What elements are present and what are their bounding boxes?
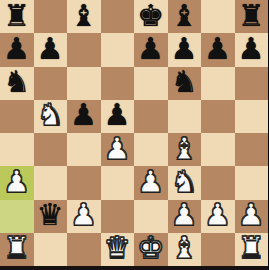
white-pawn[interactable]: ♟: [70, 200, 97, 230]
square-g4[interactable]: [201, 133, 235, 166]
square-d5[interactable]: ♟: [101, 100, 135, 133]
square-f7[interactable]: ♟: [168, 33, 202, 66]
square-a4[interactable]: [0, 133, 34, 166]
white-knight[interactable]: ♞: [171, 167, 198, 197]
square-h3[interactable]: [235, 166, 269, 199]
black-knight[interactable]: ♞: [171, 67, 198, 97]
square-h4[interactable]: [235, 133, 269, 166]
white-pawn[interactable]: ♟: [238, 200, 265, 230]
square-f4[interactable]: ♝: [168, 133, 202, 166]
square-e3[interactable]: ♟: [134, 166, 168, 199]
square-a5[interactable]: [0, 100, 34, 133]
white-pawn[interactable]: ♟: [171, 200, 198, 230]
chess-board[interactable]: ♜♝♚♝♜♟♟♟♟♟♟♞♞♞♟♟♟♝♟♟♞♛♟♟♟♟♜♛♚♝♜: [0, 0, 268, 266]
white-pawn[interactable]: ♟: [3, 167, 30, 197]
square-b3[interactable]: [34, 166, 68, 199]
white-bishop[interactable]: ♝: [171, 233, 198, 263]
square-e7[interactable]: ♟: [134, 33, 168, 66]
square-e1[interactable]: ♚: [134, 233, 168, 266]
black-pawn[interactable]: ♟: [171, 34, 198, 64]
square-c1[interactable]: [67, 233, 101, 266]
square-a7[interactable]: ♟: [0, 33, 34, 66]
square-d7[interactable]: [101, 33, 135, 66]
square-c6[interactable]: [67, 67, 101, 100]
black-knight[interactable]: ♞: [3, 67, 30, 97]
square-g7[interactable]: ♟: [201, 33, 235, 66]
white-queen[interactable]: ♛: [104, 233, 131, 263]
black-pawn[interactable]: ♟: [70, 100, 97, 130]
square-c3[interactable]: [67, 166, 101, 199]
square-g8[interactable]: [201, 0, 235, 33]
black-pawn[interactable]: ♟: [204, 34, 231, 64]
square-f8[interactable]: ♝: [168, 0, 202, 33]
black-pawn[interactable]: ♟: [3, 34, 30, 64]
square-f5[interactable]: [168, 100, 202, 133]
black-pawn[interactable]: ♟: [37, 34, 64, 64]
white-knight[interactable]: ♞: [37, 100, 64, 130]
square-c7[interactable]: [67, 33, 101, 66]
square-c2[interactable]: ♟: [67, 200, 101, 233]
square-b6[interactable]: [34, 67, 68, 100]
black-rook[interactable]: ♜: [238, 1, 265, 31]
white-king[interactable]: ♚: [137, 233, 164, 263]
square-a1[interactable]: ♜: [0, 233, 34, 266]
square-c4[interactable]: [67, 133, 101, 166]
square-a3[interactable]: ♟: [0, 166, 34, 199]
black-pawn[interactable]: ♟: [137, 34, 164, 64]
square-b5[interactable]: ♞: [34, 100, 68, 133]
black-pawn[interactable]: ♟: [104, 100, 131, 130]
square-e2[interactable]: [134, 200, 168, 233]
black-queen[interactable]: ♛: [37, 200, 64, 230]
square-d4[interactable]: ♟: [101, 133, 135, 166]
black-bishop[interactable]: ♝: [171, 1, 198, 31]
square-c8[interactable]: ♝: [67, 0, 101, 33]
white-rook[interactable]: ♜: [238, 233, 265, 263]
white-pawn[interactable]: ♟: [204, 200, 231, 230]
square-g3[interactable]: [201, 166, 235, 199]
white-pawn[interactable]: ♟: [137, 167, 164, 197]
white-bishop[interactable]: ♝: [171, 134, 198, 164]
black-king[interactable]: ♚: [137, 1, 164, 31]
white-pawn[interactable]: ♟: [104, 134, 131, 164]
square-d6[interactable]: [101, 67, 135, 100]
square-g1[interactable]: [201, 233, 235, 266]
square-h2[interactable]: ♟: [235, 200, 269, 233]
square-a6[interactable]: ♞: [0, 67, 34, 100]
square-h6[interactable]: [235, 67, 269, 100]
square-f1[interactable]: ♝: [168, 233, 202, 266]
chess-app: ♜♝♚♝♜♟♟♟♟♟♟♞♞♞♟♟♟♝♟♟♞♛♟♟♟♟♜♛♚♝♜: [0, 0, 268, 270]
square-e8[interactable]: ♚: [134, 0, 168, 33]
square-a8[interactable]: ♜: [0, 0, 34, 33]
square-g6[interactable]: [201, 67, 235, 100]
square-e5[interactable]: [134, 100, 168, 133]
white-rook[interactable]: ♜: [3, 233, 30, 263]
square-h7[interactable]: ♟: [235, 33, 269, 66]
square-h5[interactable]: [235, 100, 269, 133]
square-b2[interactable]: ♛: [34, 200, 68, 233]
square-d2[interactable]: [101, 200, 135, 233]
square-b7[interactable]: ♟: [34, 33, 68, 66]
square-d3[interactable]: [101, 166, 135, 199]
square-d1[interactable]: ♛: [101, 233, 135, 266]
square-h1[interactable]: ♜: [235, 233, 269, 266]
square-e4[interactable]: [134, 133, 168, 166]
black-bishop[interactable]: ♝: [70, 1, 97, 31]
square-f2[interactable]: ♟: [168, 200, 202, 233]
square-a2[interactable]: [0, 200, 34, 233]
square-f3[interactable]: ♞: [168, 166, 202, 199]
black-rook[interactable]: ♜: [3, 1, 30, 31]
board-bottom-edge: [0, 266, 268, 270]
square-h8[interactable]: ♜: [235, 0, 269, 33]
square-e6[interactable]: [134, 67, 168, 100]
square-g5[interactable]: [201, 100, 235, 133]
square-b1[interactable]: [34, 233, 68, 266]
square-f6[interactable]: ♞: [168, 67, 202, 100]
square-c5[interactable]: ♟: [67, 100, 101, 133]
square-d8[interactable]: [101, 0, 135, 33]
square-b4[interactable]: [34, 133, 68, 166]
square-g2[interactable]: ♟: [201, 200, 235, 233]
square-b8[interactable]: [34, 0, 68, 33]
black-pawn[interactable]: ♟: [238, 34, 265, 64]
